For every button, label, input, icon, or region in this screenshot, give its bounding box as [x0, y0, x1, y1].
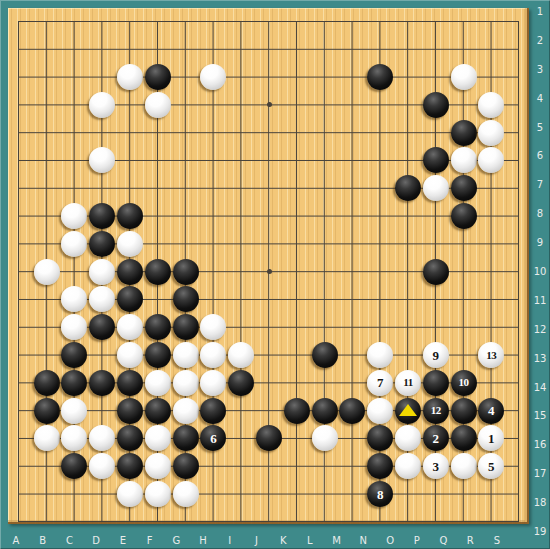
intersection-D11[interactable]	[88, 286, 116, 314]
intersection-P5[interactable]	[422, 119, 450, 147]
intersection-I8[interactable]	[227, 202, 255, 230]
intersection-S13[interactable]	[505, 341, 533, 369]
intersection-K6[interactable]	[283, 147, 311, 175]
intersection-B11[interactable]	[33, 286, 61, 314]
intersection-N10[interactable]	[366, 258, 394, 286]
intersection-K14[interactable]	[283, 369, 311, 397]
intersection-H12[interactable]	[199, 313, 227, 341]
intersection-I9[interactable]	[227, 230, 255, 258]
intersection-D9[interactable]	[88, 230, 116, 258]
intersection-M14[interactable]	[338, 369, 366, 397]
intersection-F16[interactable]	[144, 425, 172, 453]
intersection-K7[interactable]	[283, 174, 311, 202]
intersection-K19[interactable]	[283, 508, 311, 536]
intersection-F14[interactable]	[144, 369, 172, 397]
intersection-A15[interactable]	[5, 397, 33, 425]
intersection-O7[interactable]	[394, 174, 422, 202]
intersection-B8[interactable]	[33, 202, 61, 230]
intersection-I6[interactable]	[227, 147, 255, 175]
intersection-B4[interactable]	[33, 91, 61, 119]
intersection-S19[interactable]	[505, 508, 533, 536]
intersection-S3[interactable]	[505, 63, 533, 91]
intersection-N4[interactable]	[366, 91, 394, 119]
intersection-H4[interactable]	[199, 91, 227, 119]
intersection-L8[interactable]	[311, 202, 339, 230]
intersection-K11[interactable]	[283, 286, 311, 314]
intersection-N5[interactable]	[366, 119, 394, 147]
intersection-M9[interactable]	[338, 230, 366, 258]
intersection-J3[interactable]	[255, 63, 283, 91]
intersection-E6[interactable]	[116, 147, 144, 175]
intersection-Q13[interactable]	[450, 341, 478, 369]
intersection-E17[interactable]	[116, 452, 144, 480]
intersection-Q9[interactable]	[450, 230, 478, 258]
intersection-G17[interactable]	[172, 452, 200, 480]
intersection-K15[interactable]	[283, 397, 311, 425]
intersection-N18[interactable]: 8	[366, 480, 394, 508]
intersection-R3[interactable]	[477, 63, 505, 91]
intersection-A19[interactable]	[5, 508, 33, 536]
intersection-B5[interactable]	[33, 119, 61, 147]
intersection-A14[interactable]	[5, 369, 33, 397]
intersection-H11[interactable]	[199, 286, 227, 314]
intersection-L16[interactable]	[311, 425, 339, 453]
intersection-M10[interactable]	[338, 258, 366, 286]
intersection-S2[interactable]	[505, 35, 533, 63]
intersection-A4[interactable]	[5, 91, 33, 119]
intersection-I16[interactable]	[227, 425, 255, 453]
intersection-I13[interactable]	[227, 341, 255, 369]
intersection-L14[interactable]	[311, 369, 339, 397]
intersection-B10[interactable]	[33, 258, 61, 286]
intersection-J17[interactable]	[255, 452, 283, 480]
intersection-C1[interactable]	[61, 8, 89, 36]
intersection-P19[interactable]	[422, 508, 450, 536]
intersection-L17[interactable]	[311, 452, 339, 480]
intersection-O8[interactable]	[394, 202, 422, 230]
intersection-C3[interactable]	[61, 63, 89, 91]
intersection-M11[interactable]	[338, 286, 366, 314]
intersection-S12[interactable]	[505, 313, 533, 341]
intersection-N13[interactable]	[366, 341, 394, 369]
intersection-B3[interactable]	[33, 63, 61, 91]
intersection-O3[interactable]	[394, 63, 422, 91]
intersection-L11[interactable]	[311, 286, 339, 314]
intersection-O17[interactable]	[394, 452, 422, 480]
intersection-A7[interactable]	[5, 174, 33, 202]
intersection-K4[interactable]	[283, 91, 311, 119]
intersection-Q5[interactable]	[450, 119, 478, 147]
intersection-G14[interactable]	[172, 369, 200, 397]
intersection-C12[interactable]	[61, 313, 89, 341]
intersection-G10[interactable]	[172, 258, 200, 286]
intersection-N17[interactable]	[366, 452, 394, 480]
intersection-G4[interactable]	[172, 91, 200, 119]
intersection-L5[interactable]	[311, 119, 339, 147]
intersection-D16[interactable]	[88, 425, 116, 453]
intersection-S16[interactable]	[505, 425, 533, 453]
intersection-P15[interactable]: 12	[422, 397, 450, 425]
intersection-G9[interactable]	[172, 230, 200, 258]
intersection-J4[interactable]	[255, 91, 283, 119]
intersection-J2[interactable]	[255, 35, 283, 63]
intersection-F12[interactable]	[144, 313, 172, 341]
intersection-Q14[interactable]: 10	[450, 369, 478, 397]
intersection-S4[interactable]	[505, 91, 533, 119]
intersection-S1[interactable]	[505, 8, 533, 36]
intersection-M12[interactable]	[338, 313, 366, 341]
intersection-A13[interactable]	[5, 341, 33, 369]
intersection-J15[interactable]	[255, 397, 283, 425]
intersection-H7[interactable]	[199, 174, 227, 202]
intersection-P2[interactable]	[422, 35, 450, 63]
intersection-C7[interactable]	[61, 174, 89, 202]
intersection-E1[interactable]	[116, 8, 144, 36]
intersection-O15[interactable]	[394, 397, 422, 425]
intersection-O19[interactable]	[394, 508, 422, 536]
intersection-R16[interactable]: 1	[477, 425, 505, 453]
intersection-D8[interactable]	[88, 202, 116, 230]
intersection-I19[interactable]	[227, 508, 255, 536]
intersection-L13[interactable]	[311, 341, 339, 369]
intersection-J7[interactable]	[255, 174, 283, 202]
intersection-J16[interactable]	[255, 425, 283, 453]
intersection-R14[interactable]	[477, 369, 505, 397]
intersection-P6[interactable]	[422, 147, 450, 175]
intersection-G11[interactable]	[172, 286, 200, 314]
intersection-N12[interactable]	[366, 313, 394, 341]
intersection-N14[interactable]: 7	[366, 369, 394, 397]
intersection-B16[interactable]	[33, 425, 61, 453]
intersection-B17[interactable]	[33, 452, 61, 480]
intersection-D2[interactable]	[88, 35, 116, 63]
intersection-D14[interactable]	[88, 369, 116, 397]
intersection-C19[interactable]	[61, 508, 89, 536]
intersection-G18[interactable]	[172, 480, 200, 508]
intersection-F9[interactable]	[144, 230, 172, 258]
intersection-A17[interactable]	[5, 452, 33, 480]
intersection-S15[interactable]	[505, 397, 533, 425]
intersection-B9[interactable]	[33, 230, 61, 258]
intersection-A10[interactable]	[5, 258, 33, 286]
intersection-E10[interactable]	[116, 258, 144, 286]
intersection-O11[interactable]	[394, 286, 422, 314]
intersection-M19[interactable]	[338, 508, 366, 536]
intersection-G19[interactable]	[172, 508, 200, 536]
intersection-S5[interactable]	[505, 119, 533, 147]
intersection-S14[interactable]	[505, 369, 533, 397]
intersection-O14[interactable]: 11	[394, 369, 422, 397]
intersection-P16[interactable]: 2	[422, 425, 450, 453]
intersection-R10[interactable]	[477, 258, 505, 286]
intersection-K1[interactable]	[283, 8, 311, 36]
intersection-E11[interactable]	[116, 286, 144, 314]
intersection-M17[interactable]	[338, 452, 366, 480]
intersection-Q19[interactable]	[450, 508, 478, 536]
intersection-D6[interactable]	[88, 147, 116, 175]
intersection-H2[interactable]	[199, 35, 227, 63]
intersection-R4[interactable]	[477, 91, 505, 119]
intersection-E7[interactable]	[116, 174, 144, 202]
intersection-D10[interactable]	[88, 258, 116, 286]
intersection-P4[interactable]	[422, 91, 450, 119]
intersection-Q16[interactable]	[450, 425, 478, 453]
intersection-L15[interactable]	[311, 397, 339, 425]
intersection-L3[interactable]	[311, 63, 339, 91]
intersection-L12[interactable]	[311, 313, 339, 341]
intersection-R1[interactable]	[477, 8, 505, 36]
intersection-J1[interactable]	[255, 8, 283, 36]
intersection-N11[interactable]	[366, 286, 394, 314]
intersection-G12[interactable]	[172, 313, 200, 341]
intersection-A2[interactable]	[5, 35, 33, 63]
intersection-R2[interactable]	[477, 35, 505, 63]
intersection-L1[interactable]	[311, 8, 339, 36]
intersection-P1[interactable]	[422, 8, 450, 36]
intersection-M4[interactable]	[338, 91, 366, 119]
intersection-D5[interactable]	[88, 119, 116, 147]
intersection-C11[interactable]	[61, 286, 89, 314]
intersection-B15[interactable]	[33, 397, 61, 425]
intersection-S8[interactable]	[505, 202, 533, 230]
intersection-O12[interactable]	[394, 313, 422, 341]
intersection-R17[interactable]: 5	[477, 452, 505, 480]
intersection-C4[interactable]	[61, 91, 89, 119]
intersection-Q18[interactable]	[450, 480, 478, 508]
intersection-R15[interactable]: 4	[477, 397, 505, 425]
intersection-P3[interactable]	[422, 63, 450, 91]
intersection-I7[interactable]	[227, 174, 255, 202]
intersection-G3[interactable]	[172, 63, 200, 91]
intersection-N16[interactable]	[366, 425, 394, 453]
intersection-B18[interactable]	[33, 480, 61, 508]
intersection-F4[interactable]	[144, 91, 172, 119]
intersection-F13[interactable]	[144, 341, 172, 369]
intersection-J13[interactable]	[255, 341, 283, 369]
intersection-P17[interactable]: 3	[422, 452, 450, 480]
intersection-B13[interactable]	[33, 341, 61, 369]
intersection-L4[interactable]	[311, 91, 339, 119]
intersection-L7[interactable]	[311, 174, 339, 202]
intersection-A18[interactable]	[5, 480, 33, 508]
intersection-Q6[interactable]	[450, 147, 478, 175]
intersection-R5[interactable]	[477, 119, 505, 147]
intersection-M2[interactable]	[338, 35, 366, 63]
intersection-R12[interactable]	[477, 313, 505, 341]
intersection-N7[interactable]	[366, 174, 394, 202]
intersection-D7[interactable]	[88, 174, 116, 202]
intersection-F11[interactable]	[144, 286, 172, 314]
intersection-P13[interactable]: 9	[422, 341, 450, 369]
intersection-G15[interactable]	[172, 397, 200, 425]
intersection-B1[interactable]	[33, 8, 61, 36]
intersection-R11[interactable]	[477, 286, 505, 314]
intersection-B2[interactable]	[33, 35, 61, 63]
intersection-J12[interactable]	[255, 313, 283, 341]
intersection-Q7[interactable]	[450, 174, 478, 202]
intersection-B14[interactable]	[33, 369, 61, 397]
intersection-E18[interactable]	[116, 480, 144, 508]
intersection-A5[interactable]	[5, 119, 33, 147]
intersection-O16[interactable]	[394, 425, 422, 453]
intersection-S11[interactable]	[505, 286, 533, 314]
intersection-H14[interactable]	[199, 369, 227, 397]
intersection-P10[interactable]	[422, 258, 450, 286]
intersection-E5[interactable]	[116, 119, 144, 147]
intersection-P18[interactable]	[422, 480, 450, 508]
intersection-K12[interactable]	[283, 313, 311, 341]
intersection-E14[interactable]	[116, 369, 144, 397]
intersection-N6[interactable]	[366, 147, 394, 175]
intersection-E9[interactable]	[116, 230, 144, 258]
intersection-S7[interactable]	[505, 174, 533, 202]
intersection-B7[interactable]	[33, 174, 61, 202]
intersection-C5[interactable]	[61, 119, 89, 147]
intersection-H17[interactable]	[199, 452, 227, 480]
intersection-R8[interactable]	[477, 202, 505, 230]
intersection-C15[interactable]	[61, 397, 89, 425]
intersection-J19[interactable]	[255, 508, 283, 536]
intersection-F6[interactable]	[144, 147, 172, 175]
intersection-J14[interactable]	[255, 369, 283, 397]
intersection-E2[interactable]	[116, 35, 144, 63]
intersection-Q8[interactable]	[450, 202, 478, 230]
intersection-D15[interactable]	[88, 397, 116, 425]
intersection-E4[interactable]	[116, 91, 144, 119]
intersection-S18[interactable]	[505, 480, 533, 508]
intersection-H19[interactable]	[199, 508, 227, 536]
intersection-G8[interactable]	[172, 202, 200, 230]
intersection-Q10[interactable]	[450, 258, 478, 286]
intersection-O1[interactable]	[394, 8, 422, 36]
intersection-Q12[interactable]	[450, 313, 478, 341]
intersection-G6[interactable]	[172, 147, 200, 175]
intersection-H16[interactable]: 6	[199, 425, 227, 453]
intersection-Q1[interactable]	[450, 8, 478, 36]
intersection-O5[interactable]	[394, 119, 422, 147]
intersection-G5[interactable]	[172, 119, 200, 147]
intersection-G2[interactable]	[172, 35, 200, 63]
intersection-H6[interactable]	[199, 147, 227, 175]
intersection-G1[interactable]	[172, 8, 200, 36]
intersection-D17[interactable]	[88, 452, 116, 480]
intersection-I15[interactable]	[227, 397, 255, 425]
intersection-A8[interactable]	[5, 202, 33, 230]
intersection-M18[interactable]	[338, 480, 366, 508]
intersection-I1[interactable]	[227, 8, 255, 36]
intersection-J8[interactable]	[255, 202, 283, 230]
intersection-K18[interactable]	[283, 480, 311, 508]
intersection-G13[interactable]	[172, 341, 200, 369]
intersection-M5[interactable]	[338, 119, 366, 147]
intersection-L19[interactable]	[311, 508, 339, 536]
intersection-C17[interactable]	[61, 452, 89, 480]
intersection-I10[interactable]	[227, 258, 255, 286]
intersection-G16[interactable]	[172, 425, 200, 453]
intersection-C9[interactable]	[61, 230, 89, 258]
intersection-J5[interactable]	[255, 119, 283, 147]
intersection-J18[interactable]	[255, 480, 283, 508]
intersection-F18[interactable]	[144, 480, 172, 508]
intersection-F5[interactable]	[144, 119, 172, 147]
intersection-F3[interactable]	[144, 63, 172, 91]
intersection-F17[interactable]	[144, 452, 172, 480]
intersection-N1[interactable]	[366, 8, 394, 36]
intersection-H15[interactable]	[199, 397, 227, 425]
intersection-H10[interactable]	[199, 258, 227, 286]
intersection-D12[interactable]	[88, 313, 116, 341]
intersection-D18[interactable]	[88, 480, 116, 508]
intersection-J9[interactable]	[255, 230, 283, 258]
intersection-I5[interactable]	[227, 119, 255, 147]
intersection-S17[interactable]	[505, 452, 533, 480]
intersection-B19[interactable]	[33, 508, 61, 536]
intersection-L2[interactable]	[311, 35, 339, 63]
intersection-L9[interactable]	[311, 230, 339, 258]
intersection-N2[interactable]	[366, 35, 394, 63]
intersection-N15[interactable]	[366, 397, 394, 425]
intersection-M1[interactable]	[338, 8, 366, 36]
intersection-M7[interactable]	[338, 174, 366, 202]
intersection-F1[interactable]	[144, 8, 172, 36]
intersection-A11[interactable]	[5, 286, 33, 314]
intersection-N8[interactable]	[366, 202, 394, 230]
intersection-C14[interactable]	[61, 369, 89, 397]
intersection-S6[interactable]	[505, 147, 533, 175]
intersection-M15[interactable]	[338, 397, 366, 425]
intersection-K3[interactable]	[283, 63, 311, 91]
intersection-L6[interactable]	[311, 147, 339, 175]
intersection-P14[interactable]	[422, 369, 450, 397]
intersection-R13[interactable]: 13	[477, 341, 505, 369]
intersection-N9[interactable]	[366, 230, 394, 258]
intersection-H9[interactable]	[199, 230, 227, 258]
intersection-Q3[interactable]	[450, 63, 478, 91]
intersection-M16[interactable]	[338, 425, 366, 453]
intersection-R6[interactable]	[477, 147, 505, 175]
intersection-J6[interactable]	[255, 147, 283, 175]
intersection-I11[interactable]	[227, 286, 255, 314]
intersection-S10[interactable]	[505, 258, 533, 286]
intersection-H3[interactable]	[199, 63, 227, 91]
intersection-A1[interactable]	[5, 8, 33, 36]
intersection-D4[interactable]	[88, 91, 116, 119]
intersection-C16[interactable]	[61, 425, 89, 453]
intersection-L10[interactable]	[311, 258, 339, 286]
intersection-H1[interactable]	[199, 8, 227, 36]
intersection-I3[interactable]	[227, 63, 255, 91]
intersection-H5[interactable]	[199, 119, 227, 147]
intersection-K9[interactable]	[283, 230, 311, 258]
intersection-I14[interactable]	[227, 369, 255, 397]
intersection-D13[interactable]	[88, 341, 116, 369]
intersection-L18[interactable]	[311, 480, 339, 508]
intersection-C6[interactable]	[61, 147, 89, 175]
intersection-I12[interactable]	[227, 313, 255, 341]
intersection-P11[interactable]	[422, 286, 450, 314]
intersection-K2[interactable]	[283, 35, 311, 63]
intersection-B12[interactable]	[33, 313, 61, 341]
intersection-A16[interactable]	[5, 425, 33, 453]
intersection-E16[interactable]	[116, 425, 144, 453]
intersection-C18[interactable]	[61, 480, 89, 508]
intersection-J11[interactable]	[255, 286, 283, 314]
intersection-O6[interactable]	[394, 147, 422, 175]
intersection-I4[interactable]	[227, 91, 255, 119]
intersection-E8[interactable]	[116, 202, 144, 230]
intersection-K5[interactable]	[283, 119, 311, 147]
intersection-A9[interactable]	[5, 230, 33, 258]
